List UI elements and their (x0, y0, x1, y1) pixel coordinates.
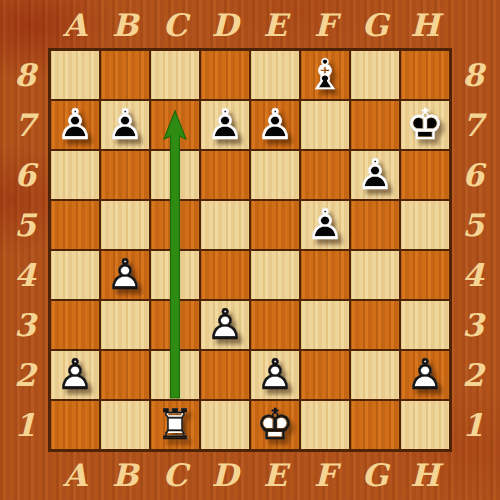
file-label-bottom-g: G (350, 452, 400, 498)
rank-label-right-1: 1 (450, 400, 496, 450)
square-h7[interactable]: ♚♔ (400, 100, 450, 150)
rank-label-left-3: 3 (2, 300, 48, 350)
rank-label-right-8: 8 (450, 50, 496, 100)
rook-glyph-outline: ♖ (150, 400, 200, 450)
black-king-h7[interactable]: ♚♔ (400, 100, 450, 150)
rank-label-left-2: 2 (2, 350, 48, 400)
rank-label-right-3: 3 (450, 300, 496, 350)
file-label-bottom-e: E (250, 452, 300, 498)
square-g1[interactable] (350, 400, 400, 450)
square-f5[interactable]: ♟♙ (300, 200, 350, 250)
file-label-bottom-c: C (150, 452, 200, 498)
square-e3[interactable] (250, 300, 300, 350)
square-g3[interactable] (350, 300, 400, 350)
pawn-glyph-outline: ♙ (50, 100, 100, 150)
square-g4[interactable] (350, 250, 400, 300)
white-rook-c1[interactable]: ♜♖ (150, 400, 200, 450)
square-d1[interactable] (200, 400, 250, 450)
pawn-glyph-outline: ♙ (100, 100, 150, 150)
square-g2[interactable] (350, 350, 400, 400)
king-glyph-outline: ♔ (250, 400, 300, 450)
square-d6[interactable] (200, 150, 250, 200)
square-h6[interactable] (400, 150, 450, 200)
square-h3[interactable] (400, 300, 450, 350)
square-d2[interactable] (200, 350, 250, 400)
file-label-bottom-a: A (50, 452, 100, 498)
rank-label-right-7: 7 (450, 100, 496, 150)
square-d7[interactable]: ♟♙ (200, 100, 250, 150)
rank-label-right-5: 5 (450, 200, 496, 250)
rank-label-right-4: 4 (450, 250, 496, 300)
square-g7[interactable] (350, 100, 400, 150)
rank-label-right-6: 6 (450, 150, 496, 200)
rank-labels-left: 87654321 (2, 50, 48, 450)
file-label-bottom-b: B (100, 452, 150, 498)
square-a6[interactable] (50, 150, 100, 200)
square-b4[interactable]: ♟♙ (100, 250, 150, 300)
file-label-top-a: A (50, 2, 100, 48)
square-f6[interactable] (300, 150, 350, 200)
white-pawn-b4[interactable]: ♟♙ (100, 250, 150, 300)
pawn-glyph-outline: ♙ (250, 350, 300, 400)
square-a8[interactable] (50, 50, 100, 100)
chess-board: ♝♗♟♙♟♙♟♙♟♙♚♔♟♙♟♙♟♙♟♙♟♙♟♙♟♙♜♖♚♔ (48, 48, 452, 452)
file-label-top-f: F (300, 2, 350, 48)
pawn-glyph-outline: ♙ (250, 100, 300, 150)
square-h2[interactable]: ♟♙ (400, 350, 450, 400)
square-a4[interactable] (50, 250, 100, 300)
white-king-e1[interactable]: ♚♔ (250, 400, 300, 450)
file-label-top-e: E (250, 2, 300, 48)
file-label-bottom-f: F (300, 452, 350, 498)
square-a2[interactable]: ♟♙ (50, 350, 100, 400)
square-f4[interactable] (300, 250, 350, 300)
square-h1[interactable] (400, 400, 450, 450)
file-label-top-g: G (350, 2, 400, 48)
square-d4[interactable] (200, 250, 250, 300)
white-pawn-a2[interactable]: ♟♙ (50, 350, 100, 400)
square-f8[interactable]: ♝♗ (300, 50, 350, 100)
rank-label-left-8: 8 (2, 50, 48, 100)
square-c1[interactable]: ♜♖ (150, 400, 200, 450)
black-pawn-a7[interactable]: ♟♙ (50, 100, 100, 150)
rank-label-left-4: 4 (2, 250, 48, 300)
square-c2[interactable] (150, 350, 200, 400)
file-label-top-b: B (100, 2, 150, 48)
square-e1[interactable]: ♚♔ (250, 400, 300, 450)
square-b8[interactable] (100, 50, 150, 100)
pawn-glyph-outline: ♙ (400, 350, 450, 400)
square-e7[interactable]: ♟♙ (250, 100, 300, 150)
file-labels-bottom: ABCDEFGH (50, 452, 450, 498)
square-b5[interactable] (100, 200, 150, 250)
square-f1[interactable] (300, 400, 350, 450)
file-labels-top: ABCDEFGH (50, 2, 450, 48)
square-g5[interactable] (350, 200, 400, 250)
pawn-glyph-outline: ♙ (300, 200, 350, 250)
pawn-glyph-outline: ♙ (200, 300, 250, 350)
file-label-top-c: C (150, 2, 200, 48)
white-pawn-d3[interactable]: ♟♙ (200, 300, 250, 350)
square-f3[interactable] (300, 300, 350, 350)
square-e5[interactable] (250, 200, 300, 250)
square-a1[interactable] (50, 400, 100, 450)
black-bishop-f8[interactable]: ♝♗ (300, 50, 350, 100)
square-c4[interactable] (150, 250, 200, 300)
king-glyph-outline: ♔ (400, 100, 450, 150)
square-b3[interactable] (100, 300, 150, 350)
black-pawn-f5[interactable]: ♟♙ (300, 200, 350, 250)
rank-label-left-1: 1 (2, 400, 48, 450)
square-f2[interactable] (300, 350, 350, 400)
square-h5[interactable] (400, 200, 450, 250)
pawn-glyph-outline: ♙ (350, 150, 400, 200)
square-b7[interactable]: ♟♙ (100, 100, 150, 150)
chessboard-widget: ABCDEFGH ABCDEFGH 87654321 87654321 ♝♗♟♙… (0, 0, 500, 500)
bishop-glyph-outline: ♗ (300, 50, 350, 100)
square-h8[interactable] (400, 50, 450, 100)
square-d3[interactable]: ♟♙ (200, 300, 250, 350)
file-label-top-d: D (200, 2, 250, 48)
pawn-glyph-outline: ♙ (100, 250, 150, 300)
black-pawn-e7[interactable]: ♟♙ (250, 100, 300, 150)
square-g6[interactable]: ♟♙ (350, 150, 400, 200)
rank-label-left-7: 7 (2, 100, 48, 150)
square-f7[interactable] (300, 100, 350, 150)
black-pawn-b7[interactable]: ♟♙ (100, 100, 150, 150)
square-c7[interactable] (150, 100, 200, 150)
pawn-glyph-outline: ♙ (200, 100, 250, 150)
square-e4[interactable] (250, 250, 300, 300)
square-b6[interactable] (100, 150, 150, 200)
rank-label-left-6: 6 (2, 150, 48, 200)
rank-labels-right: 87654321 (450, 50, 496, 450)
square-e6[interactable] (250, 150, 300, 200)
square-e8[interactable] (250, 50, 300, 100)
white-pawn-e2[interactable]: ♟♙ (250, 350, 300, 400)
square-h4[interactable] (400, 250, 450, 300)
square-d8[interactable] (200, 50, 250, 100)
square-c5[interactable] (150, 200, 200, 250)
pawn-glyph-outline: ♙ (50, 350, 100, 400)
square-d5[interactable] (200, 200, 250, 250)
file-label-bottom-h: H (400, 452, 450, 498)
square-a3[interactable] (50, 300, 100, 350)
square-b1[interactable] (100, 400, 150, 450)
square-c6[interactable] (150, 150, 200, 200)
square-e2[interactable]: ♟♙ (250, 350, 300, 400)
square-g8[interactable] (350, 50, 400, 100)
file-label-bottom-d: D (200, 452, 250, 498)
black-pawn-g6[interactable]: ♟♙ (350, 150, 400, 200)
square-c8[interactable] (150, 50, 200, 100)
white-pawn-h2[interactable]: ♟♙ (400, 350, 450, 400)
file-label-top-h: H (400, 2, 450, 48)
rank-label-right-2: 2 (450, 350, 496, 400)
square-c3[interactable] (150, 300, 200, 350)
square-b2[interactable] (100, 350, 150, 400)
square-a5[interactable] (50, 200, 100, 250)
rank-label-left-5: 5 (2, 200, 48, 250)
square-a7[interactable]: ♟♙ (50, 100, 100, 150)
black-pawn-d7[interactable]: ♟♙ (200, 100, 250, 150)
